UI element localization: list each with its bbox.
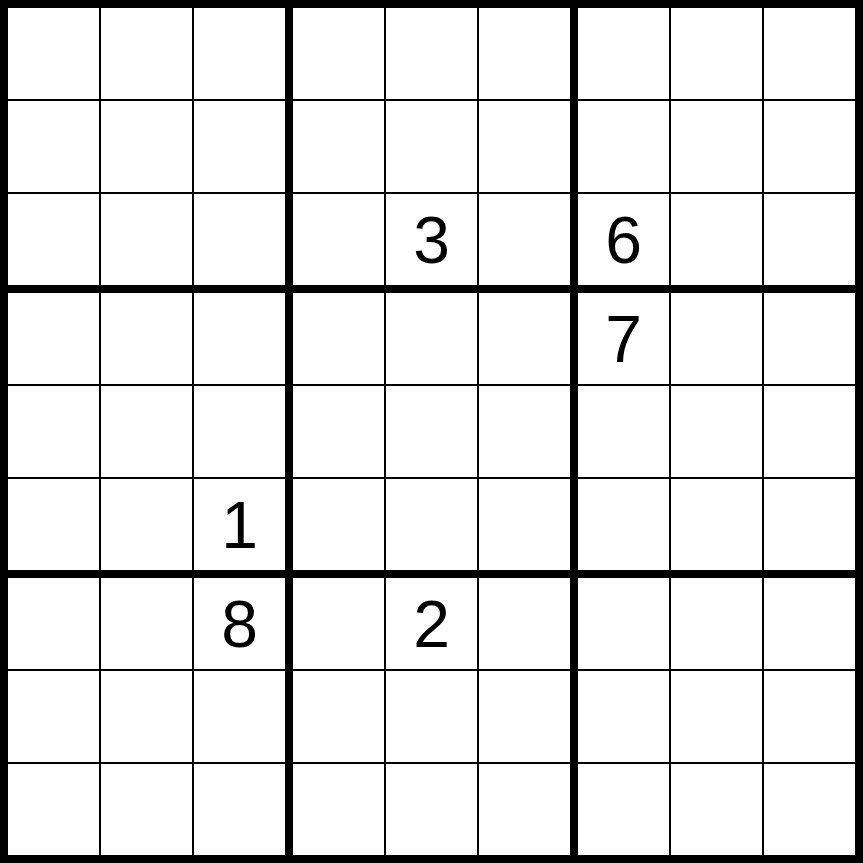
cell-r4c2[interactable]: [101, 293, 192, 384]
cell-r3c2[interactable]: [101, 194, 192, 285]
cell-r4c8[interactable]: [671, 293, 762, 384]
cell-r9c2[interactable]: [101, 764, 192, 855]
cell-r5c1[interactable]: [8, 386, 99, 477]
cell-r7c4[interactable]: [293, 578, 384, 669]
sudoku-box-1-1: [293, 293, 570, 570]
cell-r4c3[interactable]: [194, 293, 285, 384]
cell-r8c4[interactable]: [293, 671, 384, 762]
cell-r9c1[interactable]: [8, 764, 99, 855]
cell-r1c3[interactable]: [194, 8, 285, 99]
cell-r8c7[interactable]: [578, 671, 669, 762]
cell-r5c6[interactable]: [479, 386, 570, 477]
cell-r4c7[interactable]: 7: [578, 293, 669, 384]
cell-r9c4[interactable]: [293, 764, 384, 855]
cell-r5c2[interactable]: [101, 386, 192, 477]
cell-r9c3[interactable]: [194, 764, 285, 855]
cell-r6c4[interactable]: [293, 479, 384, 570]
cell-r2c1[interactable]: [8, 101, 99, 192]
cell-r9c9[interactable]: [764, 764, 855, 855]
cell-r8c8[interactable]: [671, 671, 762, 762]
cell-r7c7[interactable]: [578, 578, 669, 669]
cell-r6c5[interactable]: [386, 479, 477, 570]
sudoku-box-0-2: 6: [578, 8, 855, 285]
sudoku-puzzle: 361782: [0, 0, 863, 863]
cell-r8c1[interactable]: [8, 671, 99, 762]
cell-r5c7[interactable]: [578, 386, 669, 477]
cell-r3c4[interactable]: [293, 194, 384, 285]
sudoku-box-0-1: 3: [293, 8, 570, 285]
cell-r5c4[interactable]: [293, 386, 384, 477]
cell-r2c3[interactable]: [194, 101, 285, 192]
sudoku-box-1-2: 7: [578, 293, 855, 570]
cell-r1c4[interactable]: [293, 8, 384, 99]
cell-r5c8[interactable]: [671, 386, 762, 477]
cell-r7c2[interactable]: [101, 578, 192, 669]
cell-r8c3[interactable]: [194, 671, 285, 762]
cell-r2c7[interactable]: [578, 101, 669, 192]
cell-r2c8[interactable]: [671, 101, 762, 192]
cell-r9c5[interactable]: [386, 764, 477, 855]
cell-r6c9[interactable]: [764, 479, 855, 570]
cell-r9c7[interactable]: [578, 764, 669, 855]
cell-r6c3[interactable]: 1: [194, 479, 285, 570]
cell-r7c6[interactable]: [479, 578, 570, 669]
cell-r3c7[interactable]: 6: [578, 194, 669, 285]
cell-r2c9[interactable]: [764, 101, 855, 192]
cell-r8c2[interactable]: [101, 671, 192, 762]
sudoku-box-2-1: 2: [293, 578, 570, 855]
cell-r8c6[interactable]: [479, 671, 570, 762]
cell-r8c9[interactable]: [764, 671, 855, 762]
cell-r1c9[interactable]: [764, 8, 855, 99]
cell-r1c7[interactable]: [578, 8, 669, 99]
sudoku-box-2-2: [578, 578, 855, 855]
cell-r2c2[interactable]: [101, 101, 192, 192]
cell-r9c8[interactable]: [671, 764, 762, 855]
cell-r7c3[interactable]: 8: [194, 578, 285, 669]
cell-r6c1[interactable]: [8, 479, 99, 570]
cell-r8c5[interactable]: [386, 671, 477, 762]
cell-r4c6[interactable]: [479, 293, 570, 384]
cell-r3c1[interactable]: [8, 194, 99, 285]
cell-r3c8[interactable]: [671, 194, 762, 285]
sudoku-box-2-0: 8: [8, 578, 285, 855]
cell-r1c6[interactable]: [479, 8, 570, 99]
cell-r7c1[interactable]: [8, 578, 99, 669]
cell-r4c5[interactable]: [386, 293, 477, 384]
cell-r4c4[interactable]: [293, 293, 384, 384]
cell-r2c6[interactable]: [479, 101, 570, 192]
cell-r6c2[interactable]: [101, 479, 192, 570]
cell-r1c2[interactable]: [101, 8, 192, 99]
cell-r4c9[interactable]: [764, 293, 855, 384]
sudoku-box-1-0: 1: [8, 293, 285, 570]
cell-r3c6[interactable]: [479, 194, 570, 285]
cell-r2c5[interactable]: [386, 101, 477, 192]
cell-r7c9[interactable]: [764, 578, 855, 669]
cell-r5c5[interactable]: [386, 386, 477, 477]
sudoku-board: 361782: [0, 0, 863, 863]
cell-r1c5[interactable]: [386, 8, 477, 99]
cell-r5c3[interactable]: [194, 386, 285, 477]
cell-r3c3[interactable]: [194, 194, 285, 285]
cell-r6c7[interactable]: [578, 479, 669, 570]
cell-r7c8[interactable]: [671, 578, 762, 669]
sudoku-box-0-0: [8, 8, 285, 285]
cell-r3c5[interactable]: 3: [386, 194, 477, 285]
cell-r3c9[interactable]: [764, 194, 855, 285]
cell-r9c6[interactable]: [479, 764, 570, 855]
cell-r5c9[interactable]: [764, 386, 855, 477]
cell-r4c1[interactable]: [8, 293, 99, 384]
cell-r7c5[interactable]: 2: [386, 578, 477, 669]
cell-r2c4[interactable]: [293, 101, 384, 192]
cell-r1c8[interactable]: [671, 8, 762, 99]
cell-r6c6[interactable]: [479, 479, 570, 570]
cell-r1c1[interactable]: [8, 8, 99, 99]
cell-r6c8[interactable]: [671, 479, 762, 570]
